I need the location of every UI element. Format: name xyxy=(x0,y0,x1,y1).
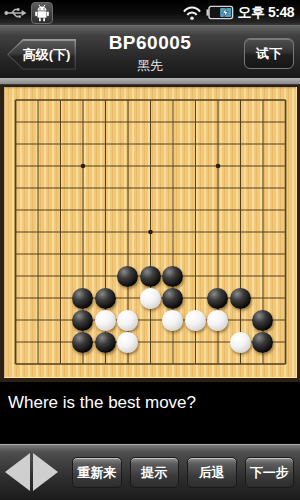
board-point[interactable] xyxy=(94,221,117,243)
board-point[interactable] xyxy=(27,243,50,265)
board-point[interactable] xyxy=(229,243,252,265)
board-point[interactable] xyxy=(162,243,185,265)
board-point[interactable] xyxy=(117,243,140,265)
board-point[interactable] xyxy=(252,133,275,155)
white-stone xyxy=(230,332,251,353)
previous-problem-arrow-icon[interactable] xyxy=(5,453,30,491)
board-point[interactable] xyxy=(27,287,50,309)
black-stone xyxy=(162,266,183,287)
board-point[interactable] xyxy=(49,111,72,133)
board-point[interactable] xyxy=(252,155,275,177)
board-point[interactable] xyxy=(207,177,230,199)
board-point[interactable] xyxy=(184,353,207,375)
board-point[interactable] xyxy=(162,199,185,221)
board-point[interactable] xyxy=(252,111,275,133)
board-point[interactable] xyxy=(27,155,50,177)
black-stone xyxy=(72,288,93,309)
board-point[interactable] xyxy=(207,353,230,375)
white-stone xyxy=(162,310,183,331)
board-point[interactable] xyxy=(252,199,275,221)
board-point[interactable] xyxy=(4,155,27,177)
board-point[interactable] xyxy=(274,89,297,111)
clock: 오후 5:48 xyxy=(238,4,296,22)
board-point[interactable] xyxy=(139,243,162,265)
white-stone xyxy=(117,332,138,353)
black-stone xyxy=(95,288,116,309)
hint-button[interactable]: 提示 xyxy=(130,457,180,488)
board-point[interactable] xyxy=(72,309,95,331)
board-point[interactable] xyxy=(229,155,252,177)
board-point[interactable] xyxy=(117,309,140,331)
board-point[interactable] xyxy=(27,331,50,353)
board-point[interactable] xyxy=(229,111,252,133)
board-point[interactable] xyxy=(184,221,207,243)
board-point[interactable] xyxy=(27,265,50,287)
board-point[interactable] xyxy=(274,199,297,221)
board-point[interactable] xyxy=(162,155,185,177)
board-point[interactable] xyxy=(94,111,117,133)
black-stone xyxy=(162,288,183,309)
board-point[interactable] xyxy=(162,133,185,155)
black-stone xyxy=(95,332,116,353)
board-point[interactable] xyxy=(162,111,185,133)
board-point[interactable] xyxy=(4,221,27,243)
board-point[interactable] xyxy=(27,353,50,375)
board-point[interactable] xyxy=(49,133,72,155)
app-screen: 오후 5:48 高级(下) BP60005 黑先 试下 Where is the… xyxy=(0,0,300,500)
board-point[interactable] xyxy=(162,177,185,199)
board-point[interactable] xyxy=(274,287,297,309)
undo-button[interactable]: 后退 xyxy=(187,457,237,488)
board-point[interactable] xyxy=(162,353,185,375)
board-point[interactable] xyxy=(184,177,207,199)
board-point[interactable] xyxy=(207,89,230,111)
board-point[interactable] xyxy=(27,309,50,331)
board-point[interactable] xyxy=(274,331,297,353)
black-stone xyxy=(72,310,93,331)
board-point[interactable] xyxy=(72,287,95,309)
header-bar: 高级(下) BP60005 黑先 试下 xyxy=(0,25,300,78)
status-bar-right: 오후 5:48 xyxy=(182,4,296,22)
board-point[interactable] xyxy=(72,177,95,199)
black-stone xyxy=(72,332,93,353)
board-point[interactable] xyxy=(229,309,252,331)
board-point[interactable] xyxy=(252,243,275,265)
board-point[interactable] xyxy=(139,287,162,309)
board-point[interactable] xyxy=(139,309,162,331)
board-point[interactable] xyxy=(27,111,50,133)
board-point[interactable] xyxy=(27,89,50,111)
board-point[interactable] xyxy=(49,243,72,265)
board-point[interactable] xyxy=(139,177,162,199)
board-point[interactable] xyxy=(229,331,252,353)
board-point[interactable] xyxy=(139,111,162,133)
board-point[interactable] xyxy=(72,243,95,265)
board-point[interactable] xyxy=(72,89,95,111)
board-point[interactable] xyxy=(117,177,140,199)
board-point[interactable] xyxy=(4,287,27,309)
try-move-button[interactable]: 试下 xyxy=(244,38,294,69)
board-point[interactable] xyxy=(94,331,117,353)
board-point[interactable] xyxy=(184,309,207,331)
board-point[interactable] xyxy=(184,111,207,133)
board-point[interactable] xyxy=(94,199,117,221)
board-point[interactable] xyxy=(117,221,140,243)
board-point[interactable] xyxy=(252,309,275,331)
board-point[interactable] xyxy=(49,265,72,287)
board-point[interactable] xyxy=(117,111,140,133)
board-point[interactable] xyxy=(229,221,252,243)
board-point[interactable] xyxy=(27,177,50,199)
board-point[interactable] xyxy=(207,265,230,287)
board-point[interactable] xyxy=(139,133,162,155)
restart-button[interactable]: 重新来 xyxy=(72,457,122,488)
board-point[interactable] xyxy=(207,221,230,243)
status-bar-left xyxy=(4,1,53,24)
board-point[interactable] xyxy=(117,89,140,111)
board-point[interactable] xyxy=(162,265,185,287)
board-point[interactable] xyxy=(274,155,297,177)
board-point[interactable] xyxy=(117,155,140,177)
bottom-toolbar: 重新来 提示 后退 下一步 xyxy=(0,443,300,500)
board-point[interactable] xyxy=(49,331,72,353)
white-stone xyxy=(140,288,161,309)
board-point[interactable] xyxy=(184,243,207,265)
board-point[interactable] xyxy=(184,133,207,155)
board-point[interactable] xyxy=(252,287,275,309)
board-point[interactable] xyxy=(274,133,297,155)
board-point[interactable] xyxy=(27,199,50,221)
board-point[interactable] xyxy=(207,309,230,331)
board-point[interactable] xyxy=(229,199,252,221)
board-point[interactable] xyxy=(184,287,207,309)
board-point[interactable] xyxy=(184,199,207,221)
board-point[interactable] xyxy=(94,177,117,199)
android-notification-icon xyxy=(31,2,53,24)
black-stone xyxy=(207,288,228,309)
board-point[interactable] xyxy=(94,133,117,155)
board-point[interactable] xyxy=(139,89,162,111)
board-point[interactable] xyxy=(274,265,297,287)
board-point[interactable] xyxy=(229,353,252,375)
board-point[interactable] xyxy=(184,331,207,353)
board-point[interactable] xyxy=(72,265,95,287)
board-point[interactable] xyxy=(72,111,95,133)
board-point[interactable] xyxy=(117,199,140,221)
board-point[interactable] xyxy=(207,287,230,309)
board-point[interactable] xyxy=(94,309,117,331)
board-point[interactable] xyxy=(27,133,50,155)
board-point[interactable] xyxy=(274,111,297,133)
board-point[interactable] xyxy=(252,177,275,199)
black-stone xyxy=(140,266,161,287)
board-point[interactable] xyxy=(4,353,27,375)
board-point[interactable] xyxy=(207,331,230,353)
black-stone xyxy=(117,266,138,287)
go-board-grid xyxy=(4,89,297,375)
board-point[interactable] xyxy=(207,133,230,155)
battery-charging-icon xyxy=(206,5,234,20)
board-wood xyxy=(4,87,297,378)
board-point[interactable] xyxy=(4,177,27,199)
board-point[interactable] xyxy=(252,353,275,375)
board-point[interactable] xyxy=(4,89,27,111)
black-stone xyxy=(252,310,273,331)
white-stone xyxy=(207,310,228,331)
board-point[interactable] xyxy=(139,199,162,221)
board-point[interactable] xyxy=(229,133,252,155)
board-point[interactable] xyxy=(117,265,140,287)
board-point[interactable] xyxy=(162,287,185,309)
board-point[interactable] xyxy=(139,353,162,375)
board-point[interactable] xyxy=(72,133,95,155)
board-point[interactable] xyxy=(162,221,185,243)
board-point[interactable] xyxy=(162,89,185,111)
board-point[interactable] xyxy=(72,199,95,221)
board-point[interactable] xyxy=(229,287,252,309)
board-point[interactable] xyxy=(4,265,27,287)
board-point[interactable] xyxy=(207,243,230,265)
board-point[interactable] xyxy=(94,243,117,265)
board-point[interactable] xyxy=(117,331,140,353)
board-point[interactable] xyxy=(229,177,252,199)
board-point[interactable] xyxy=(49,89,72,111)
pager-arrows xyxy=(5,453,65,491)
board-point[interactable] xyxy=(207,111,230,133)
board-point[interactable] xyxy=(162,331,185,353)
board-point[interactable] xyxy=(4,199,27,221)
board-point[interactable] xyxy=(94,265,117,287)
board-point[interactable] xyxy=(252,221,275,243)
wifi-icon xyxy=(182,5,202,21)
board-point[interactable] xyxy=(72,155,95,177)
board-point[interactable] xyxy=(274,353,297,375)
board-point[interactable] xyxy=(139,331,162,353)
white-stone xyxy=(117,310,138,331)
problem-text: Where is the best move? xyxy=(8,393,292,413)
white-stone xyxy=(185,310,206,331)
toolbar-buttons: 重新来 提示 后退 下一步 xyxy=(72,457,294,488)
problem-message-area: Where is the best move? xyxy=(0,382,300,443)
black-stone xyxy=(230,288,251,309)
board-point[interactable] xyxy=(49,199,72,221)
board-point[interactable] xyxy=(94,353,117,375)
white-stone xyxy=(95,310,116,331)
board-point[interactable] xyxy=(274,243,297,265)
board-point[interactable] xyxy=(184,265,207,287)
usb-icon xyxy=(4,6,27,20)
board-point[interactable] xyxy=(94,155,117,177)
board-point[interactable] xyxy=(49,221,72,243)
board-point[interactable] xyxy=(27,221,50,243)
board-point[interactable] xyxy=(252,265,275,287)
header-board-divider xyxy=(0,78,300,85)
board-point[interactable] xyxy=(184,155,207,177)
board-point[interactable] xyxy=(139,155,162,177)
board-point[interactable] xyxy=(4,331,27,353)
board-point[interactable] xyxy=(4,111,27,133)
board-point[interactable] xyxy=(94,89,117,111)
board-point[interactable] xyxy=(49,287,72,309)
board-point[interactable] xyxy=(49,309,72,331)
board-point[interactable] xyxy=(49,177,72,199)
board-point[interactable] xyxy=(4,309,27,331)
board-point[interactable] xyxy=(274,221,297,243)
board-point[interactable] xyxy=(72,331,95,353)
board-point[interactable] xyxy=(72,221,95,243)
board-point[interactable] xyxy=(4,133,27,155)
board-point[interactable] xyxy=(207,155,230,177)
board-point[interactable] xyxy=(252,89,275,111)
board-point[interactable] xyxy=(274,309,297,331)
board-point[interactable] xyxy=(117,353,140,375)
board-point[interactable] xyxy=(252,331,275,353)
board-point[interactable] xyxy=(49,155,72,177)
board-point[interactable] xyxy=(274,177,297,199)
board-point[interactable] xyxy=(94,287,117,309)
board-point[interactable] xyxy=(229,89,252,111)
board-point[interactable] xyxy=(207,199,230,221)
board-point[interactable] xyxy=(139,221,162,243)
next-step-button[interactable]: 下一步 xyxy=(245,457,295,488)
board-point[interactable] xyxy=(117,133,140,155)
board-point[interactable] xyxy=(162,309,185,331)
board-point[interactable] xyxy=(229,265,252,287)
next-problem-arrow-icon[interactable] xyxy=(33,453,58,491)
board-point[interactable] xyxy=(72,353,95,375)
black-stone xyxy=(252,332,273,353)
board-point[interactable] xyxy=(184,89,207,111)
board-point[interactable] xyxy=(49,353,72,375)
go-board xyxy=(0,85,300,382)
status-bar: 오후 5:48 xyxy=(0,0,300,25)
board-point[interactable] xyxy=(139,265,162,287)
board-point[interactable] xyxy=(117,287,140,309)
board-point[interactable] xyxy=(4,243,27,265)
